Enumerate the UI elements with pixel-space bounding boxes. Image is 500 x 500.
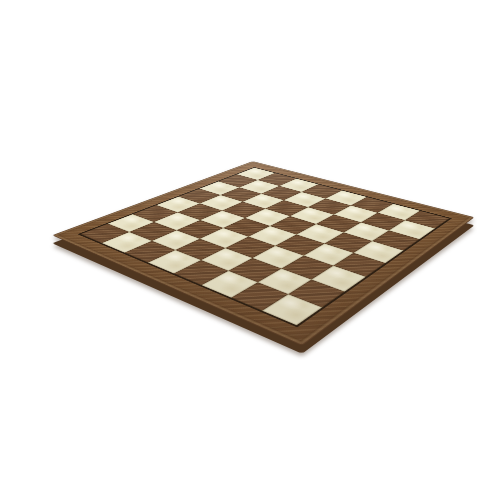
chess-board [52,161,474,346]
board-inlay-border [78,167,452,327]
board-field [81,168,450,326]
product-photo-canvas [0,0,500,500]
